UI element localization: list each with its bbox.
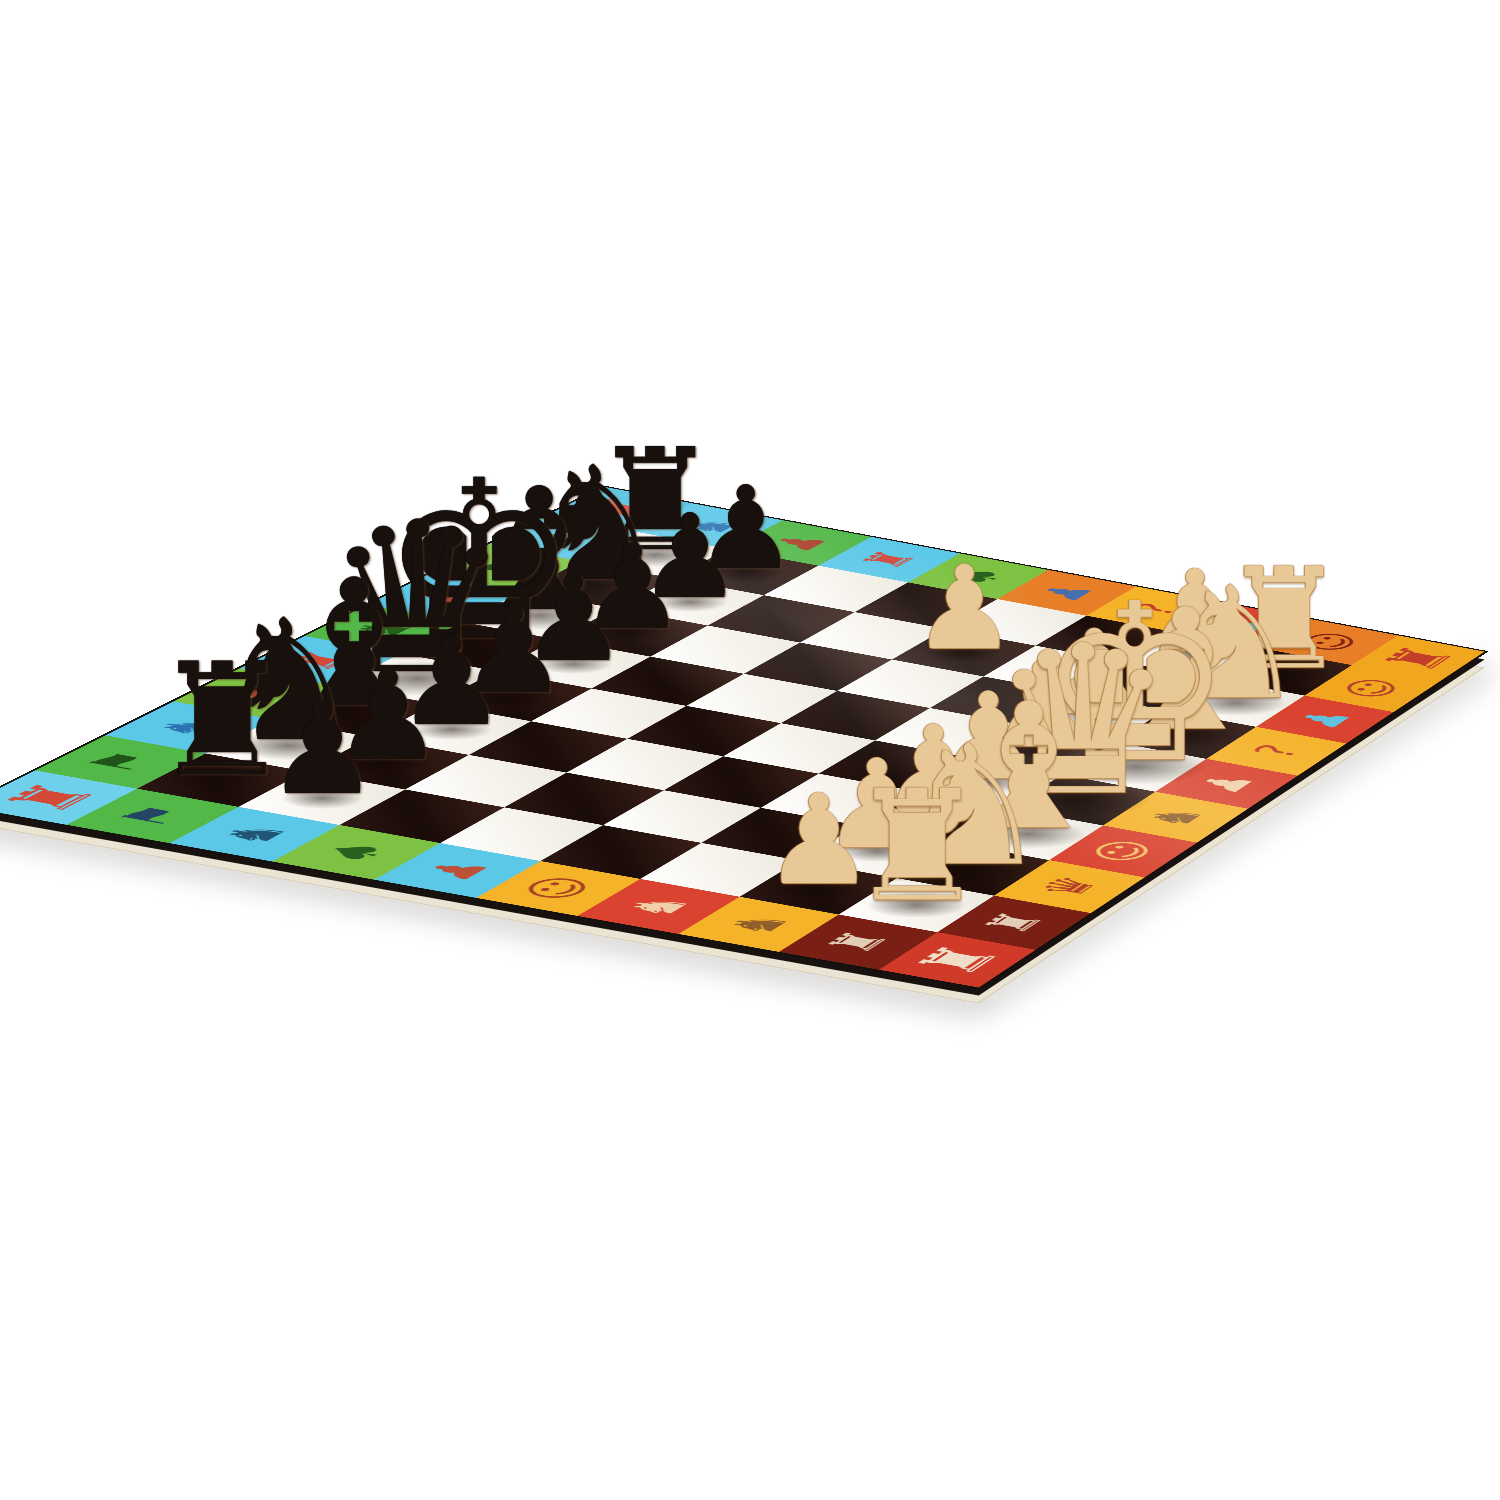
piece-contact-shadow bbox=[296, 696, 412, 726]
piece-contact-shadow bbox=[347, 753, 429, 774]
piece-contact-shadow bbox=[778, 877, 860, 898]
piece-contact-shadow bbox=[919, 855, 1029, 883]
piece-contact-shadow bbox=[474, 686, 554, 707]
piece-contact-shadow bbox=[866, 892, 967, 918]
piece-contact-shadow bbox=[1184, 690, 1287, 716]
piece-contact-shadow bbox=[836, 841, 917, 862]
piece-contact-shadow bbox=[411, 719, 492, 740]
piece-contact-shadow bbox=[608, 543, 701, 567]
piece-contact-shadow bbox=[1131, 720, 1241, 748]
piece-contact-shadow bbox=[1003, 740, 1081, 760]
piece-contact-shadow bbox=[652, 592, 729, 612]
piece-contact-shadow bbox=[483, 601, 595, 630]
piece-contact-shadow bbox=[534, 654, 613, 674]
piece-contact-shadow bbox=[1158, 646, 1233, 665]
piece-contact-shadow bbox=[949, 773, 1028, 793]
piece-contact-shadow bbox=[406, 628, 552, 666]
pieces-layer: ♜♟♞♟♝♟♚♟♟♟♜♛♟♞♝♟♟♝♞♟♟♚♜♟♟♛♟♝♟♞♟♜ bbox=[0, 0, 1500, 1500]
product-photo-stage: ♜⚑♞♟♜♞♟⚑♠♜⚑♞♞♟♠♜♟♠☺♟♞?♞♟♜☺♜♜♛☺♞♟?♟☺♜ ♜♟♞… bbox=[0, 0, 1500, 1500]
piece-contact-shadow bbox=[1238, 660, 1330, 684]
piece-contact-shadow bbox=[1015, 782, 1151, 817]
piece-contact-shadow bbox=[281, 787, 364, 808]
piece-contact-shadow bbox=[708, 562, 784, 582]
piece-contact-shadow bbox=[1056, 708, 1133, 728]
piece-contact-shadow bbox=[171, 767, 273, 793]
piece-contact-shadow bbox=[546, 571, 650, 598]
piece-contact-shadow bbox=[926, 643, 1002, 663]
piece-contact-shadow bbox=[349, 661, 487, 696]
piece-contact-shadow bbox=[971, 819, 1086, 849]
piece-contact-shadow bbox=[594, 622, 672, 642]
piece-contact-shadow bbox=[893, 806, 973, 827]
piece-contact-shadow bbox=[1063, 748, 1207, 785]
piece-contact-shadow bbox=[233, 731, 344, 760]
